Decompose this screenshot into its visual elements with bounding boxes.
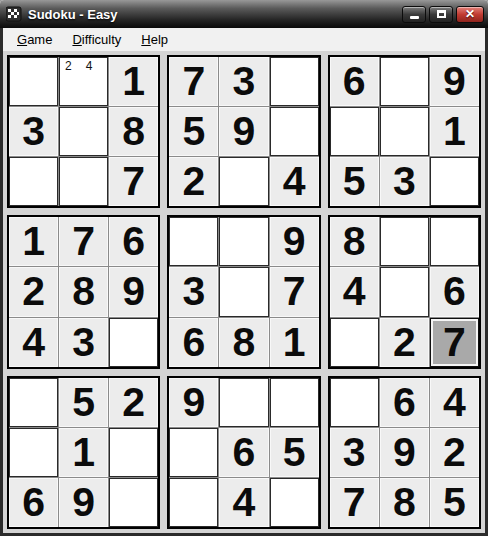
cell-r6c1[interactable]: 4: [9, 318, 58, 367]
cell-r1c6[interactable]: [270, 57, 319, 106]
cell-r7c7[interactable]: [330, 378, 379, 427]
box-2-2: 937681: [167, 215, 320, 368]
cell-r4c6[interactable]: 9: [270, 217, 319, 266]
menu-difficulty-accel: D: [72, 32, 81, 47]
cell-r8c6[interactable]: 5: [270, 428, 319, 477]
cell-r2c2[interactable]: [59, 107, 108, 156]
cell-r4c2[interactable]: 7: [59, 217, 108, 266]
cell-r9c7[interactable]: 7: [330, 478, 379, 527]
box-3-3: 64392785: [328, 376, 481, 529]
cell-r6c3[interactable]: [109, 318, 158, 367]
close-icon: ✕: [465, 8, 475, 20]
cell-r7c8[interactable]: 6: [380, 378, 429, 427]
titlebar[interactable]: Sudoku - Easy ✕: [0, 0, 488, 28]
cell-r1c4[interactable]: 7: [169, 57, 218, 106]
cell-r5c4[interactable]: 3: [169, 267, 218, 316]
cell-r3c1[interactable]: [9, 157, 58, 206]
cell-r1c7[interactable]: 6: [330, 57, 379, 106]
cell-r7c1[interactable]: [9, 378, 58, 427]
window-title: Sudoku - Easy: [28, 7, 402, 22]
cell-r3c6[interactable]: 4: [270, 157, 319, 206]
cell-r2c8[interactable]: [380, 107, 429, 156]
menu-difficulty-label: ifficulty: [82, 32, 122, 47]
cell-r4c3[interactable]: 6: [109, 217, 158, 266]
box-1-1: 241387: [7, 55, 160, 208]
box-1-3: 69153: [328, 55, 481, 208]
cell-r9c1[interactable]: 6: [9, 478, 58, 527]
menu-item-game[interactable]: Game: [9, 30, 60, 49]
cell-r9c3[interactable]: [109, 478, 158, 527]
cell-r6c6[interactable]: 1: [270, 318, 319, 367]
menu-help-accel: H: [141, 32, 150, 47]
cell-r1c2[interactable]: 24: [59, 57, 108, 106]
cell-r4c9[interactable]: [430, 217, 479, 266]
cell-r5c9[interactable]: 6: [430, 267, 479, 316]
cell-r8c7[interactable]: 3: [330, 428, 379, 477]
cell-r7c3[interactable]: 2: [109, 378, 158, 427]
box-2-3: 84627: [328, 215, 481, 368]
cell-r9c5[interactable]: 4: [219, 478, 268, 527]
minimize-button[interactable]: [402, 6, 426, 23]
cell-r3c8[interactable]: 3: [380, 157, 429, 206]
cell-r3c7[interactable]: 5: [330, 157, 379, 206]
menubar: Game Difficulty Help: [0, 28, 488, 51]
cell-r4c7[interactable]: 8: [330, 217, 379, 266]
board-area: 2413877359246915317628943937681846275216…: [0, 51, 488, 536]
pencil-mark: 2: [65, 60, 72, 72]
cell-r5c7[interactable]: 4: [330, 267, 379, 316]
cell-r8c5[interactable]: 6: [219, 428, 268, 477]
cell-r1c5[interactable]: 3: [219, 57, 268, 106]
cell-r2c5[interactable]: 9: [219, 107, 268, 156]
cell-r8c4[interactable]: [169, 428, 218, 477]
menu-help-label: elp: [151, 32, 168, 47]
cell-r5c3[interactable]: 9: [109, 267, 158, 316]
cell-r3c9[interactable]: [430, 157, 479, 206]
window-controls: ✕: [402, 6, 484, 23]
cell-r1c1[interactable]: [9, 57, 58, 106]
cell-r3c2[interactable]: [59, 157, 108, 206]
cell-r8c9[interactable]: 2: [430, 428, 479, 477]
menu-game-label: ame: [27, 32, 52, 47]
app-window: Sudoku - Easy ✕ Game Difficulty Help 241…: [0, 0, 488, 536]
cell-r9c4[interactable]: [169, 478, 218, 527]
cell-r7c4[interactable]: 9: [169, 378, 218, 427]
cell-r6c4[interactable]: 6: [169, 318, 218, 367]
cell-r6c2[interactable]: 3: [59, 318, 108, 367]
pencil-marks-r1c2: 24: [65, 60, 105, 72]
cell-r6c7[interactable]: [330, 318, 379, 367]
close-button[interactable]: ✕: [456, 6, 484, 23]
cell-r8c2[interactable]: 1: [59, 428, 108, 477]
cell-r7c9[interactable]: 4: [430, 378, 479, 427]
cell-r5c6[interactable]: 7: [270, 267, 319, 316]
cell-r5c2[interactable]: 8: [59, 267, 108, 316]
cell-r8c1[interactable]: [9, 428, 58, 477]
maximize-button[interactable]: [429, 6, 453, 23]
cell-r1c9[interactable]: 9: [430, 57, 479, 106]
cell-r2c7[interactable]: [330, 107, 379, 156]
box-3-2: 9654: [167, 376, 320, 529]
menu-item-help[interactable]: Help: [133, 30, 176, 49]
cell-r5c5[interactable]: [219, 267, 268, 316]
cell-r1c8[interactable]: [380, 57, 429, 106]
cell-r2c6[interactable]: [270, 107, 319, 156]
cell-r9c2[interactable]: 9: [59, 478, 108, 527]
cell-r6c9[interactable]: 7: [430, 318, 479, 367]
menu-item-difficulty[interactable]: Difficulty: [64, 30, 129, 49]
pencil-mark: 4: [86, 60, 93, 72]
cell-r7c2[interactable]: 5: [59, 378, 108, 427]
menu-game-accel: G: [17, 32, 27, 47]
cell-r3c5[interactable]: [219, 157, 268, 206]
cell-r4c5[interactable]: [219, 217, 268, 266]
cell-r4c1[interactable]: 1: [9, 217, 58, 266]
cell-r5c1[interactable]: 2: [9, 267, 58, 316]
box-3-1: 52169: [7, 376, 160, 529]
cell-r8c3[interactable]: [109, 428, 158, 477]
sudoku-board: 2413877359246915317628943937681846275216…: [7, 55, 481, 529]
cell-r9c6[interactable]: [270, 478, 319, 527]
cell-r4c4[interactable]: [169, 217, 218, 266]
box-2-1: 17628943: [7, 215, 160, 368]
cell-r9c9[interactable]: 5: [430, 478, 479, 527]
cell-r2c9[interactable]: 1: [430, 107, 479, 156]
cell-r3c4[interactable]: 2: [169, 157, 218, 206]
cell-r8c8[interactable]: 9: [380, 428, 429, 477]
cell-r7c6[interactable]: [270, 378, 319, 427]
cell-r6c8[interactable]: 2: [380, 318, 429, 367]
maximize-icon: [437, 10, 446, 18]
cell-r3c3[interactable]: 7: [109, 157, 158, 206]
cell-r5c8[interactable]: [380, 267, 429, 316]
cell-r7c5[interactable]: [219, 378, 268, 427]
cell-r2c4[interactable]: 5: [169, 107, 218, 156]
cell-r4c8[interactable]: [380, 217, 429, 266]
box-1-2: 735924: [167, 55, 320, 208]
cell-r9c8[interactable]: 8: [380, 478, 429, 527]
cell-r2c3[interactable]: 8: [109, 107, 158, 156]
sudoku-grid-icon: [6, 6, 22, 22]
cell-r2c1[interactable]: 3: [9, 107, 58, 156]
minimize-icon: [410, 16, 419, 19]
cell-r1c3[interactable]: 1: [109, 57, 158, 106]
cell-r6c5[interactable]: 8: [219, 318, 268, 367]
